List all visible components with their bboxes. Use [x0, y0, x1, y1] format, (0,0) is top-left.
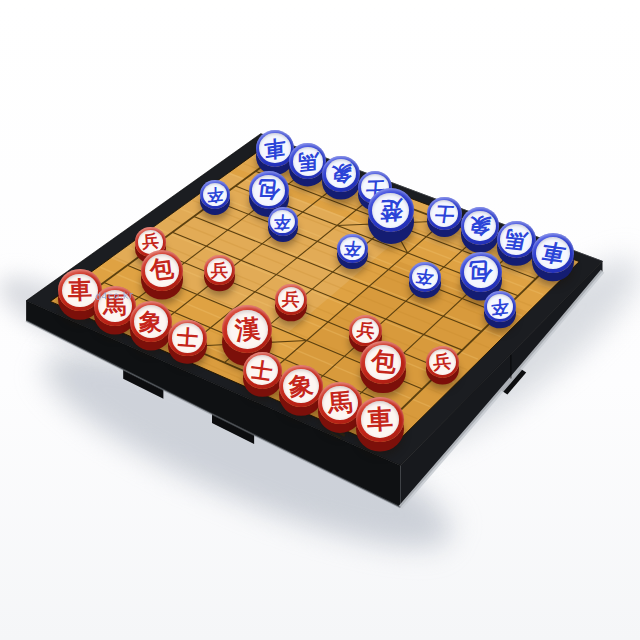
piece-glyph: 馬	[503, 228, 529, 251]
piece-glyph: 車	[68, 278, 93, 303]
piece-red-elephant[interactable]: 象	[130, 301, 172, 342]
piece-blue-cannon[interactable]: 包	[460, 252, 502, 293]
piece-glyph: 象	[139, 309, 163, 333]
piece-blue-soldier[interactable]: 卒	[200, 180, 230, 208]
piece-glyph: 卒	[491, 297, 509, 317]
piece-face: 象	[283, 369, 319, 403]
piece-face: 包	[464, 256, 498, 289]
piece-glyph: 馬	[298, 150, 318, 173]
piece-red-guard[interactable]: 士	[243, 352, 282, 390]
piece-blue-elephant[interactable]: 象	[322, 156, 360, 192]
piece-face: 兵	[429, 349, 456, 374]
piece-red-guard[interactable]: 士	[168, 320, 206, 357]
piece-glyph: 士	[176, 327, 199, 350]
piece-glyph: 包	[370, 349, 397, 376]
piece-glyph: 馬	[327, 390, 353, 416]
piece-red-soldier[interactable]: 兵	[275, 284, 307, 315]
piece-blue-elephant[interactable]: 象	[461, 207, 500, 244]
piece-face: 包	[252, 175, 285, 206]
piece-glyph: 楚	[379, 198, 402, 223]
piece-glyph: 包	[149, 257, 175, 283]
piece-glyph: 包	[256, 179, 281, 201]
piece-red-cannon[interactable]: 包	[141, 250, 184, 291]
piece-red-chariot[interactable]: 車	[356, 397, 403, 442]
piece-blue-chariot[interactable]: 車	[532, 233, 574, 273]
piece-glyph: 象	[330, 163, 351, 185]
piece-glyph: 士	[434, 204, 456, 224]
piece-blue-soldier[interactable]: 卒	[484, 291, 516, 321]
piece-face: 馬	[322, 386, 358, 420]
piece-glyph: 卒	[415, 268, 436, 287]
piece-face: 象	[464, 211, 496, 241]
piece-glyph: 象	[287, 372, 314, 399]
piece-face: 漢	[227, 310, 268, 349]
piece-blue-soldier[interactable]: 卒	[337, 234, 368, 263]
piece-red-elephant[interactable]: 象	[279, 365, 323, 407]
piece-glyph: 包	[469, 259, 493, 284]
piece-face: 士	[430, 200, 458, 227]
piece-glyph: 漢	[233, 316, 261, 344]
piece-blue-soldier[interactable]: 卒	[268, 207, 298, 236]
piece-blue-horse[interactable]: 馬	[497, 221, 536, 259]
piece-face: 車	[259, 133, 291, 163]
pieces-layer: 車馬象士士象馬車楚包包卒卒卒卒卒兵兵兵兵兵包包漢車馬象士士象馬車	[0, 0, 640, 640]
piece-red-soldier[interactable]: 兵	[204, 255, 235, 285]
piece-glyph: 車	[366, 406, 393, 433]
piece-glyph: 車	[539, 240, 567, 265]
piece-face: 卒	[412, 265, 437, 289]
piece-face: 包	[365, 345, 402, 380]
piece-red-soldier[interactable]: 兵	[426, 346, 459, 378]
piece-face: 兵	[278, 287, 304, 312]
piece-face: 兵	[352, 318, 378, 343]
piece-glyph: 卒	[274, 212, 292, 229]
piece-face: 馬	[500, 224, 532, 254]
watermark: d4co.kr	[95, 289, 134, 301]
piece-face: 卒	[203, 183, 227, 206]
piece-face: 象	[134, 305, 168, 338]
piece-glyph: 士	[250, 358, 274, 382]
piece-red-cannon[interactable]: 包	[360, 341, 405, 385]
piece-glyph: 車	[264, 136, 286, 161]
product-photo: 車馬象士士象馬車楚包包卒卒卒卒卒兵兵兵兵兵包包漢車馬象士士象馬車 d4co.kr	[0, 0, 640, 640]
piece-glyph: 兵	[141, 233, 159, 251]
piece-blue-general[interactable]: 楚	[368, 188, 414, 232]
piece-face: 士	[172, 323, 203, 353]
piece-face: 卒	[487, 294, 513, 318]
piece-face: 車	[536, 237, 570, 269]
piece-glyph: 卒	[343, 240, 362, 257]
piece-blue-cannon[interactable]: 包	[249, 171, 289, 210]
piece-face: 包	[145, 254, 180, 287]
piece-blue-horse[interactable]: 馬	[289, 143, 326, 179]
piece-face: 卒	[270, 210, 294, 233]
piece-glyph: 兵	[211, 262, 228, 279]
piece-glyph: 兵	[433, 352, 453, 372]
piece-glyph: 兵	[282, 290, 301, 309]
piece-face: 車	[62, 274, 97, 308]
piece-glyph: 卒	[207, 185, 223, 203]
piece-face: 車	[361, 401, 399, 437]
piece-glyph: 象	[467, 215, 492, 238]
piece-blue-guard[interactable]: 士	[427, 197, 462, 230]
piece-red-general[interactable]: 漢	[222, 305, 272, 353]
piece-blue-soldier[interactable]: 卒	[409, 262, 440, 292]
piece-face: 馬	[293, 147, 323, 176]
piece-glyph: 兵	[355, 320, 375, 340]
